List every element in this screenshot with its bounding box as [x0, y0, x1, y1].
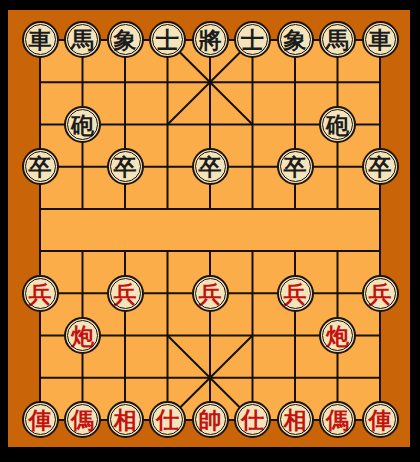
black-cannon[interactable]: 砲 — [319, 106, 356, 143]
black-soldier[interactable]: 卒 — [192, 148, 229, 185]
red-soldier[interactable]: 兵 — [22, 275, 59, 312]
red-horse[interactable]: 傌 — [64, 401, 101, 438]
black-soldier[interactable]: 卒 — [22, 148, 59, 185]
red-horse[interactable]: 傌 — [319, 401, 356, 438]
black-general[interactable]: 將 — [192, 21, 229, 58]
black-chariot[interactable]: 車 — [362, 21, 399, 58]
black-advisor[interactable]: 士 — [149, 21, 186, 58]
red-elephant[interactable]: 相 — [277, 401, 314, 438]
pieces-grid[interactable]: 車馬象士將士象馬車砲砲卒卒卒卒卒兵兵兵兵兵炮炮俥傌相仕帥仕相傌俥 — [19, 19, 402, 441]
black-soldier[interactable]: 卒 — [107, 148, 144, 185]
black-cannon[interactable]: 砲 — [64, 106, 101, 143]
black-advisor[interactable]: 士 — [234, 21, 271, 58]
red-chariot[interactable]: 俥 — [362, 401, 399, 438]
black-elephant[interactable]: 象 — [107, 21, 144, 58]
black-chariot[interactable]: 車 — [22, 21, 59, 58]
black-horse[interactable]: 馬 — [64, 21, 101, 58]
red-general[interactable]: 帥 — [192, 401, 229, 438]
black-soldier[interactable]: 卒 — [277, 148, 314, 185]
black-horse[interactable]: 馬 — [319, 21, 356, 58]
red-advisor[interactable]: 仕 — [234, 401, 271, 438]
red-cannon[interactable]: 炮 — [64, 317, 101, 354]
red-elephant[interactable]: 相 — [107, 401, 144, 438]
black-elephant[interactable]: 象 — [277, 21, 314, 58]
red-chariot[interactable]: 俥 — [22, 401, 59, 438]
red-advisor[interactable]: 仕 — [149, 401, 186, 438]
xiangqi-board: 車馬象士將士象馬車砲砲卒卒卒卒卒兵兵兵兵兵炮炮俥傌相仕帥仕相傌俥 — [0, 0, 420, 462]
black-soldier[interactable]: 卒 — [362, 148, 399, 185]
red-soldier[interactable]: 兵 — [107, 275, 144, 312]
red-soldier[interactable]: 兵 — [277, 275, 314, 312]
red-soldier[interactable]: 兵 — [362, 275, 399, 312]
red-soldier[interactable]: 兵 — [192, 275, 229, 312]
red-cannon[interactable]: 炮 — [319, 317, 356, 354]
